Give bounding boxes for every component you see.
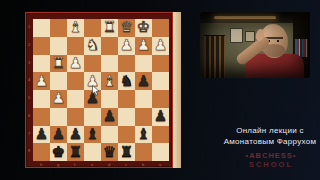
white-pawn: ♟: [154, 38, 167, 53]
square-a3: [152, 55, 169, 73]
square-g3: ♜: [50, 55, 67, 73]
rank-label: 2: [28, 43, 30, 47]
rank-label: 6: [28, 114, 30, 118]
square-g6: [50, 108, 67, 126]
rank-label: 5: [28, 96, 30, 100]
square-d5: [101, 90, 118, 108]
square-f6: [67, 108, 84, 126]
square-h4: ♟: [33, 72, 50, 90]
square-g4: [50, 72, 67, 90]
white-knight: ♞: [86, 38, 99, 53]
white-king: ♚: [137, 20, 150, 35]
white-pawn: ♟: [137, 38, 150, 53]
square-b4: ♟: [135, 72, 152, 90]
square-f2: [67, 37, 84, 55]
black-pawn: ♟: [154, 109, 167, 124]
rank-label: 3: [28, 61, 30, 65]
square-b8: [135, 143, 152, 161]
black-bishop: ♝: [137, 127, 150, 142]
square-g5: ♟: [50, 90, 67, 108]
square-c1: ♛: [118, 19, 135, 37]
square-d3: [101, 55, 118, 73]
square-e7: ♝: [84, 126, 101, 144]
square-f5: [67, 90, 84, 108]
square-d7: [101, 126, 118, 144]
video-vignette: [200, 12, 310, 78]
square-a2: ♟: [152, 37, 169, 55]
square-b7: ♝: [135, 126, 152, 144]
black-pawn: ♟: [137, 74, 150, 89]
black-rook: ♜: [69, 145, 82, 160]
file-label: g: [57, 163, 59, 167]
white-pawn: ♟: [35, 74, 48, 89]
square-b5: [135, 90, 152, 108]
rank-label: 1: [28, 25, 30, 29]
square-f8: ♜: [67, 143, 84, 161]
black-pawn: ♟: [103, 109, 116, 124]
black-bishop: ♝: [86, 127, 99, 142]
square-d1: ♜: [101, 19, 118, 37]
square-f1: ♝: [67, 19, 84, 37]
square-a7: [152, 126, 169, 144]
lecture-caption: Онлайн лекции с Амонатовым Фаррухом: [207, 126, 320, 147]
black-king: ♚: [52, 145, 65, 160]
square-b3: [135, 55, 152, 73]
square-f3: ♟: [67, 55, 84, 73]
file-label: e: [91, 163, 93, 167]
white-queen: ♛: [120, 20, 133, 35]
square-d4: ♝: [101, 72, 118, 90]
square-c5: [118, 90, 135, 108]
square-a5: [152, 90, 169, 108]
rank-label: 7: [28, 132, 30, 136]
square-c2: ♟: [118, 37, 135, 55]
square-e8: [84, 143, 101, 161]
square-h6: [33, 108, 50, 126]
square-a6: ♟: [152, 108, 169, 126]
square-e2: ♞: [84, 37, 101, 55]
square-h5: [33, 90, 50, 108]
black-knight: ♞: [120, 74, 133, 89]
square-e6: [84, 108, 101, 126]
black-pawn: ♟: [35, 127, 48, 142]
webcam-video: [200, 12, 310, 78]
video-frame[interactable]: ♝♜♛♚♞♟♟♟♜♟♟♟♝♞♟♟♟♟♟♟♟♟♝♝♚♜♛♜ 12345678 hg…: [0, 0, 320, 180]
mouse-cursor-icon: [92, 85, 100, 96]
file-label: f: [74, 163, 75, 167]
white-pawn: ♟: [69, 56, 82, 71]
square-b2: ♟: [135, 37, 152, 55]
file-label: b: [142, 163, 144, 167]
square-c8: ♜: [118, 143, 135, 161]
white-pawn: ♟: [120, 38, 133, 53]
square-d8: ♛: [101, 143, 118, 161]
square-g8: ♚: [50, 143, 67, 161]
square-a8: [152, 143, 169, 161]
square-b1: ♚: [135, 19, 152, 37]
square-g1: [50, 19, 67, 37]
square-e3: [84, 55, 101, 73]
black-pawn: ♟: [69, 127, 82, 142]
square-a4: [152, 72, 169, 90]
square-g7: ♟: [50, 126, 67, 144]
square-h7: ♟: [33, 126, 50, 144]
square-e1: [84, 19, 101, 37]
black-rook: ♜: [120, 145, 133, 160]
rank-label: 8: [28, 149, 30, 153]
logo-line2: SCHOOL: [221, 161, 320, 170]
board-grid: ♝♜♛♚♞♟♟♟♜♟♟♟♝♞♟♟♟♟♟♟♟♟♝♝♚♜♛♜: [33, 19, 169, 161]
square-h8: [33, 143, 50, 161]
square-c3: [118, 55, 135, 73]
square-d2: [101, 37, 118, 55]
black-pawn: ♟: [52, 127, 65, 142]
caption-line1: Онлайн лекции с: [207, 126, 320, 137]
square-h3: [33, 55, 50, 73]
board-window-edge: [173, 12, 181, 168]
square-c4: ♞: [118, 72, 135, 90]
rank-label: 4: [28, 78, 30, 82]
square-c6: [118, 108, 135, 126]
square-b6: [135, 108, 152, 126]
file-label: h: [40, 163, 42, 167]
abchess-school-logo: •ABCHESS• SCHOOL: [221, 152, 320, 169]
square-d6: ♟: [101, 108, 118, 126]
square-f7: ♟: [67, 126, 84, 144]
square-c7: [118, 126, 135, 144]
square-a1: [152, 19, 169, 37]
black-queen: ♛: [103, 145, 116, 160]
caption-line2: Амонатовым Фаррухом: [207, 137, 320, 148]
white-rook: ♜: [52, 56, 65, 71]
file-label: a: [159, 163, 161, 167]
square-h2: [33, 37, 50, 55]
file-label: d: [108, 163, 110, 167]
white-bishop: ♝: [69, 20, 82, 35]
white-bishop: ♝: [103, 74, 116, 89]
square-h1: [33, 19, 50, 37]
white-rook: ♜: [103, 20, 116, 35]
square-f4: [67, 72, 84, 90]
square-g2: [50, 37, 67, 55]
file-label: c: [125, 163, 127, 167]
white-pawn: ♟: [52, 91, 65, 106]
